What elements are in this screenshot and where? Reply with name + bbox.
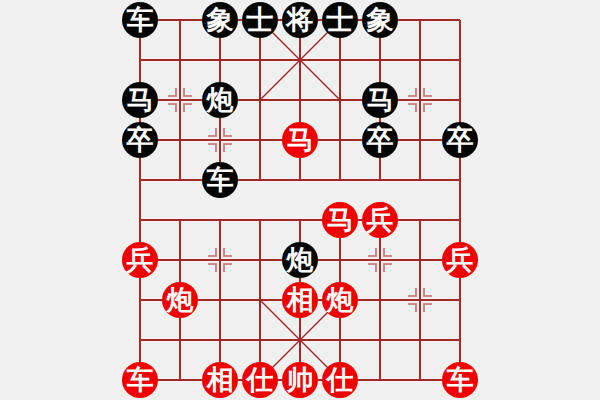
- piece-black-cannon[interactable]: 炮: [282, 242, 318, 278]
- point-r3c7[interactable]: [400, 120, 440, 160]
- piece-black-advisor[interactable]: 士: [322, 2, 358, 38]
- point-r1c4[interactable]: [280, 40, 320, 80]
- point-r2c3[interactable]: [240, 80, 280, 120]
- point-r4c0[interactable]: [120, 160, 160, 200]
- piece-red-advisor[interactable]: 仕: [322, 362, 358, 398]
- point-r7c8[interactable]: [440, 280, 480, 320]
- point-r9c7[interactable]: [400, 360, 440, 400]
- point-r0c0[interactable]: 车: [120, 0, 160, 40]
- point-r9c4[interactable]: 帅: [280, 360, 320, 400]
- piece-black-horse[interactable]: 马: [122, 82, 158, 118]
- point-r2c6[interactable]: 马: [360, 80, 400, 120]
- point-r8c4[interactable]: [280, 320, 320, 360]
- point-r5c5[interactable]: 马: [320, 200, 360, 240]
- piece-black-chariot[interactable]: 车: [202, 162, 238, 198]
- point-r3c8[interactable]: 卒: [440, 120, 480, 160]
- point-r8c6[interactable]: [360, 320, 400, 360]
- point-r9c1[interactable]: [160, 360, 200, 400]
- point-r5c8[interactable]: [440, 200, 480, 240]
- point-r3c3[interactable]: [240, 120, 280, 160]
- point-r2c0[interactable]: 马: [120, 80, 160, 120]
- point-r1c0[interactable]: [120, 40, 160, 80]
- piece-red-king[interactable]: 帅: [282, 362, 318, 398]
- point-r6c8[interactable]: 兵: [440, 240, 480, 280]
- point-r4c8[interactable]: [440, 160, 480, 200]
- point-r9c5[interactable]: 仕: [320, 360, 360, 400]
- point-r7c6[interactable]: [360, 280, 400, 320]
- point-r0c1[interactable]: [160, 0, 200, 40]
- point-r3c0[interactable]: 卒: [120, 120, 160, 160]
- point-r0c4[interactable]: 将: [280, 0, 320, 40]
- point-r5c7[interactable]: [400, 200, 440, 240]
- point-r8c1[interactable]: [160, 320, 200, 360]
- point-r6c1[interactable]: [160, 240, 200, 280]
- point-r9c8[interactable]: 车: [440, 360, 480, 400]
- point-r4c4[interactable]: [280, 160, 320, 200]
- piece-black-cannon[interactable]: 炮: [202, 82, 238, 118]
- point-r5c1[interactable]: [160, 200, 200, 240]
- point-r3c5[interactable]: [320, 120, 360, 160]
- piece-red-horse[interactable]: 马: [322, 202, 358, 238]
- point-r4c2[interactable]: 车: [200, 160, 240, 200]
- point-r2c8[interactable]: [440, 80, 480, 120]
- point-r4c1[interactable]: [160, 160, 200, 200]
- point-r7c7[interactable]: [400, 280, 440, 320]
- point-r5c3[interactable]: [240, 200, 280, 240]
- point-r9c6[interactable]: [360, 360, 400, 400]
- piece-red-advisor[interactable]: 仕: [242, 362, 278, 398]
- point-r1c6[interactable]: [360, 40, 400, 80]
- piece-red-chariot[interactable]: 车: [442, 362, 478, 398]
- piece-black-elephant[interactable]: 象: [362, 2, 398, 38]
- point-r9c0[interactable]: 车: [120, 360, 160, 400]
- piece-black-soldier[interactable]: 卒: [122, 122, 158, 158]
- point-r7c1[interactable]: 炮: [160, 280, 200, 320]
- point-r8c7[interactable]: [400, 320, 440, 360]
- point-r6c0[interactable]: 兵: [120, 240, 160, 280]
- piece-black-horse[interactable]: 马: [362, 82, 398, 118]
- point-r1c7[interactable]: [400, 40, 440, 80]
- point-r4c3[interactable]: [240, 160, 280, 200]
- point-r9c2[interactable]: 相: [200, 360, 240, 400]
- point-r3c4[interactable]: 马: [280, 120, 320, 160]
- point-r6c5[interactable]: [320, 240, 360, 280]
- point-r8c0[interactable]: [120, 320, 160, 360]
- point-r1c1[interactable]: [160, 40, 200, 80]
- point-r2c2[interactable]: 炮: [200, 80, 240, 120]
- point-r4c6[interactable]: [360, 160, 400, 200]
- point-r6c2[interactable]: [200, 240, 240, 280]
- point-r5c2[interactable]: [200, 200, 240, 240]
- point-r0c5[interactable]: 士: [320, 0, 360, 40]
- point-r6c6[interactable]: [360, 240, 400, 280]
- point-r4c5[interactable]: [320, 160, 360, 200]
- piece-red-chariot[interactable]: 车: [122, 362, 158, 398]
- point-r2c7[interactable]: [400, 80, 440, 120]
- point-r5c0[interactable]: [120, 200, 160, 240]
- point-r6c4[interactable]: 炮: [280, 240, 320, 280]
- point-r0c7[interactable]: [400, 0, 440, 40]
- point-r7c4[interactable]: 相: [280, 280, 320, 320]
- point-r2c4[interactable]: [280, 80, 320, 120]
- point-r1c3[interactable]: [240, 40, 280, 80]
- point-r6c7[interactable]: [400, 240, 440, 280]
- point-r8c8[interactable]: [440, 320, 480, 360]
- point-r7c3[interactable]: [240, 280, 280, 320]
- point-r7c2[interactable]: [200, 280, 240, 320]
- piece-red-horse[interactable]: 马: [282, 122, 318, 158]
- point-r6c3[interactable]: [240, 240, 280, 280]
- xiangqi-board: 车象士将士象马炮马卒马卒卒车马兵兵炮兵炮相炮车相仕帅仕车: [0, 0, 600, 400]
- point-r8c3[interactable]: [240, 320, 280, 360]
- point-r5c4[interactable]: [280, 200, 320, 240]
- point-r8c5[interactable]: [320, 320, 360, 360]
- piece-red-elephant[interactable]: 相: [202, 362, 238, 398]
- piece-black-advisor[interactable]: 士: [242, 2, 278, 38]
- point-r5c6[interactable]: 兵: [360, 200, 400, 240]
- piece-black-chariot[interactable]: 车: [122, 2, 158, 38]
- point-r7c0[interactable]: [120, 280, 160, 320]
- point-r0c6[interactable]: 象: [360, 0, 400, 40]
- piece-red-soldier[interactable]: 兵: [442, 242, 478, 278]
- piece-black-elephant[interactable]: 象: [202, 2, 238, 38]
- point-r3c6[interactable]: 卒: [360, 120, 400, 160]
- board-points: 车象士将士象马炮马卒马卒卒车马兵兵炮兵炮相炮车相仕帅仕车: [120, 0, 480, 400]
- piece-red-soldier[interactable]: 兵: [122, 242, 158, 278]
- piece-black-soldier[interactable]: 卒: [362, 122, 398, 158]
- point-r0c2[interactable]: 象: [200, 0, 240, 40]
- piece-red-soldier[interactable]: 兵: [362, 202, 398, 238]
- point-r1c8[interactable]: [440, 40, 480, 80]
- point-r7c5[interactable]: 炮: [320, 280, 360, 320]
- point-r2c1[interactable]: [160, 80, 200, 120]
- point-r0c8[interactable]: [440, 0, 480, 40]
- point-r8c2[interactable]: [200, 320, 240, 360]
- point-r1c2[interactable]: [200, 40, 240, 80]
- point-r0c3[interactable]: 士: [240, 0, 280, 40]
- piece-red-elephant[interactable]: 相: [282, 282, 318, 318]
- point-r3c2[interactable]: [200, 120, 240, 160]
- point-r3c1[interactable]: [160, 120, 200, 160]
- point-r1c5[interactable]: [320, 40, 360, 80]
- piece-black-soldier[interactable]: 卒: [442, 122, 478, 158]
- piece-black-general[interactable]: 将: [282, 2, 318, 38]
- piece-red-cannon[interactable]: 炮: [322, 282, 358, 318]
- piece-red-cannon[interactable]: 炮: [162, 282, 198, 318]
- point-r9c3[interactable]: 仕: [240, 360, 280, 400]
- point-r2c5[interactable]: [320, 80, 360, 120]
- point-r4c7[interactable]: [400, 160, 440, 200]
